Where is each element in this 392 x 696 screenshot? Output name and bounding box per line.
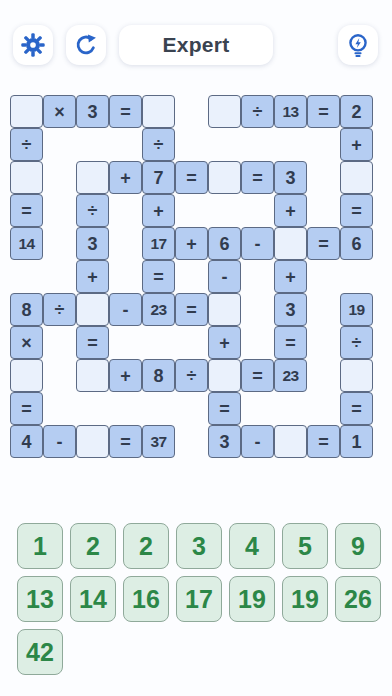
cell-r9c9: 23 xyxy=(274,359,307,392)
cell-r11c7: 3 xyxy=(208,425,241,458)
cell-r1c11: 2 xyxy=(340,95,373,128)
cell-r8c5 xyxy=(142,326,175,359)
number-tile-16-10[interactable]: 16 xyxy=(123,576,169,622)
cell-r9c7[interactable] xyxy=(208,359,241,392)
cell-r10c2 xyxy=(43,392,76,425)
cell-r7c1: 8 xyxy=(10,293,43,326)
cell-r9c10 xyxy=(307,359,340,392)
cell-r9c2 xyxy=(43,359,76,392)
cell-r4c8 xyxy=(241,194,274,227)
cell-r10c7: = xyxy=(208,392,241,425)
cell-r6c6 xyxy=(175,260,208,293)
cell-r3c5: 7 xyxy=(142,161,175,194)
cell-r7c6: = xyxy=(175,293,208,326)
number-tile-2-2[interactable]: 2 xyxy=(70,523,116,569)
cell-r10c5 xyxy=(142,392,175,425)
cell-r9c11[interactable] xyxy=(340,359,373,392)
number-tile-19-12[interactable]: 19 xyxy=(229,576,275,622)
cell-r5c4 xyxy=(109,227,142,260)
difficulty-pill[interactable]: Expert xyxy=(119,25,273,65)
cell-r2c7 xyxy=(208,128,241,161)
cell-r11c6 xyxy=(175,425,208,458)
cell-r3c11[interactable] xyxy=(340,161,373,194)
cell-r2c4 xyxy=(109,128,142,161)
number-tile-5-6[interactable]: 5 xyxy=(282,523,328,569)
cell-r11c8: - xyxy=(241,425,274,458)
cell-r8c10 xyxy=(307,326,340,359)
cell-r7c2: ÷ xyxy=(43,293,76,326)
cell-r6c11 xyxy=(340,260,373,293)
cell-r2c1: ÷ xyxy=(10,128,43,161)
cell-r1c5[interactable] xyxy=(142,95,175,128)
cell-r3c8: = xyxy=(241,161,274,194)
cell-r8c7: + xyxy=(208,326,241,359)
cell-r11c3[interactable] xyxy=(76,425,109,458)
restart-button[interactable] xyxy=(66,25,106,65)
cell-r2c10 xyxy=(307,128,340,161)
number-tile-19-13[interactable]: 19 xyxy=(282,576,328,622)
cell-r6c2 xyxy=(43,260,76,293)
cell-r5c2 xyxy=(43,227,76,260)
cell-r9c3[interactable] xyxy=(76,359,109,392)
cell-r6c8 xyxy=(241,260,274,293)
cell-r1c4: = xyxy=(109,95,142,128)
number-tile-3-4[interactable]: 3 xyxy=(176,523,222,569)
number-tile-1-1[interactable]: 1 xyxy=(17,523,63,569)
cell-r5c8: - xyxy=(241,227,274,260)
cell-r11c5: 37 xyxy=(142,425,175,458)
cell-r9c5: 8 xyxy=(142,359,175,392)
cell-r4c5: + xyxy=(142,194,175,227)
puzzle-board: ×3=÷13=2÷÷++7==3=÷++=14317+6-=6+=-+8÷-23… xyxy=(10,95,373,458)
cell-r1c1[interactable] xyxy=(10,95,43,128)
cell-r2c8 xyxy=(241,128,274,161)
cell-r9c4: + xyxy=(109,359,142,392)
cell-r8c8 xyxy=(241,326,274,359)
cell-r5c1: 14 xyxy=(10,227,43,260)
cell-r2c9 xyxy=(274,128,307,161)
cell-r1c8: ÷ xyxy=(241,95,274,128)
number-tile-4-5[interactable]: 4 xyxy=(229,523,275,569)
cell-r10c4 xyxy=(109,392,142,425)
cell-r7c11: 19 xyxy=(340,293,373,326)
gear-icon xyxy=(20,32,46,58)
difficulty-label: Expert xyxy=(162,33,229,57)
cell-r8c6 xyxy=(175,326,208,359)
cell-r6c10 xyxy=(307,260,340,293)
cell-r9c8: = xyxy=(241,359,274,392)
cell-r4c9: + xyxy=(274,194,307,227)
cell-r8c4 xyxy=(109,326,142,359)
cell-r11c10: = xyxy=(307,425,340,458)
number-tile-17-11[interactable]: 17 xyxy=(176,576,222,622)
cell-r2c6 xyxy=(175,128,208,161)
cell-r10c9 xyxy=(274,392,307,425)
cell-r7c5: 23 xyxy=(142,293,175,326)
cell-r6c9: + xyxy=(274,260,307,293)
cell-r1c3: 3 xyxy=(76,95,109,128)
cell-r6c1 xyxy=(10,260,43,293)
cell-r4c11: = xyxy=(340,194,373,227)
hint-bulb-icon xyxy=(345,32,371,58)
cell-r8c1: × xyxy=(10,326,43,359)
cell-r5c6: + xyxy=(175,227,208,260)
cell-r3c10 xyxy=(307,161,340,194)
cell-r6c5: = xyxy=(142,260,175,293)
cell-r10c6 xyxy=(175,392,208,425)
cell-r3c2 xyxy=(43,161,76,194)
cell-r7c4: - xyxy=(109,293,142,326)
cell-r10c3 xyxy=(76,392,109,425)
cell-r5c9[interactable] xyxy=(274,227,307,260)
cell-r5c10: = xyxy=(307,227,340,260)
cell-r9c6: ÷ xyxy=(175,359,208,392)
cell-r3c4: + xyxy=(109,161,142,194)
number-tile-2-3[interactable]: 2 xyxy=(123,523,169,569)
cell-r10c8 xyxy=(241,392,274,425)
settings-button[interactable] xyxy=(13,25,53,65)
cell-r4c7 xyxy=(208,194,241,227)
cell-r2c2 xyxy=(43,128,76,161)
cell-r6c3: + xyxy=(76,260,109,293)
cell-r8c11: ÷ xyxy=(340,326,373,359)
cell-r7c7[interactable] xyxy=(208,293,241,326)
cell-r10c1: = xyxy=(10,392,43,425)
cell-r1c7[interactable] xyxy=(208,95,241,128)
cell-r4c3: ÷ xyxy=(76,194,109,227)
cell-r11c1: 4 xyxy=(10,425,43,458)
cell-r1c2: × xyxy=(43,95,76,128)
cell-r4c1: = xyxy=(10,194,43,227)
number-tile-13-8[interactable]: 13 xyxy=(17,576,63,622)
number-tile-tray: 12234591314161719192642 xyxy=(17,523,383,675)
cell-r10c11: = xyxy=(340,392,373,425)
cell-r4c4 xyxy=(109,194,142,227)
cell-r6c7: - xyxy=(208,260,241,293)
cell-r3c7[interactable] xyxy=(208,161,241,194)
cell-r7c10 xyxy=(307,293,340,326)
cell-r3c6: = xyxy=(175,161,208,194)
cell-r4c6 xyxy=(175,194,208,227)
top-bar: Expert xyxy=(0,0,392,80)
cell-r3c1[interactable] xyxy=(10,161,43,194)
cell-r11c9[interactable] xyxy=(274,425,307,458)
cell-r7c9: 3 xyxy=(274,293,307,326)
number-tile-14-9[interactable]: 14 xyxy=(70,576,116,622)
cell-r6c4 xyxy=(109,260,142,293)
cell-r10c10 xyxy=(307,392,340,425)
cell-r1c6 xyxy=(175,95,208,128)
cell-r3c9: 3 xyxy=(274,161,307,194)
cell-r5c7: 6 xyxy=(208,227,241,260)
cell-r4c10 xyxy=(307,194,340,227)
cell-r5c5: 17 xyxy=(142,227,175,260)
cell-r11c11: 1 xyxy=(340,425,373,458)
cell-r11c2: - xyxy=(43,425,76,458)
cell-r7c8 xyxy=(241,293,274,326)
cell-r1c10: = xyxy=(307,95,340,128)
cell-r7c3[interactable] xyxy=(76,293,109,326)
cell-r5c11: 6 xyxy=(340,227,373,260)
cell-r8c2 xyxy=(43,326,76,359)
cell-r1c9: 13 xyxy=(274,95,307,128)
cell-r2c5: ÷ xyxy=(142,128,175,161)
cell-r2c3 xyxy=(76,128,109,161)
number-tile-9-7[interactable]: 9 xyxy=(335,523,381,569)
number-tile-26-14[interactable]: 26 xyxy=(335,576,381,622)
cell-r3c3[interactable] xyxy=(76,161,109,194)
cell-r2c11: + xyxy=(340,128,373,161)
cell-r9c1[interactable] xyxy=(10,359,43,392)
cell-r8c3: = xyxy=(76,326,109,359)
number-tile-42-15[interactable]: 42 xyxy=(17,629,63,675)
restart-icon xyxy=(73,32,99,58)
cell-r11c4: = xyxy=(109,425,142,458)
cell-r4c2 xyxy=(43,194,76,227)
cell-r5c3: 3 xyxy=(76,227,109,260)
hint-button[interactable] xyxy=(338,25,378,65)
cell-r8c9: = xyxy=(274,326,307,359)
